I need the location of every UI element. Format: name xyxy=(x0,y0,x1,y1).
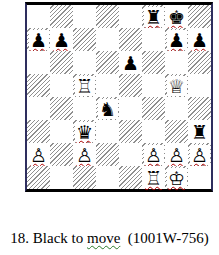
caption-move-word: move xyxy=(87,230,120,246)
square-f7 xyxy=(142,28,165,51)
square-d7 xyxy=(96,28,119,51)
square-f1: ♖ xyxy=(142,166,165,189)
square-b1 xyxy=(50,166,73,189)
square-c6 xyxy=(73,51,96,74)
square-b5 xyxy=(50,74,73,97)
square-h6 xyxy=(188,51,211,74)
square-h1 xyxy=(188,166,211,189)
black-pawn: ♟ xyxy=(121,53,141,73)
square-e1 xyxy=(119,166,142,189)
square-e4 xyxy=(119,97,142,120)
square-a3 xyxy=(27,120,50,143)
square-f6 xyxy=(142,51,165,74)
square-h8 xyxy=(188,5,211,28)
square-a7: ♟ xyxy=(27,28,50,51)
black-knight: ♞ xyxy=(98,99,118,119)
white-queen: ♕ xyxy=(167,76,187,96)
square-g1: ♔ xyxy=(165,166,188,189)
square-g6 xyxy=(165,51,188,74)
white-pawn: ♙ xyxy=(190,145,210,165)
square-a4 xyxy=(27,97,50,120)
square-g3 xyxy=(165,120,188,143)
square-c4 xyxy=(73,97,96,120)
square-e8 xyxy=(119,5,142,28)
diagram-caption: 18. Black to move (1001W-756) xyxy=(0,230,219,247)
square-g8: ♚ xyxy=(165,5,188,28)
square-a6 xyxy=(27,51,50,74)
white-rook: ♖ xyxy=(144,168,164,188)
square-f4 xyxy=(142,97,165,120)
black-king: ♚ xyxy=(167,7,187,27)
black-rook: ♜ xyxy=(144,7,164,27)
square-g4 xyxy=(165,97,188,120)
square-h5 xyxy=(188,74,211,97)
square-f2: ♙ xyxy=(142,143,165,166)
square-d8 xyxy=(96,5,119,28)
square-b6 xyxy=(50,51,73,74)
square-e2 xyxy=(119,143,142,166)
white-pawn: ♙ xyxy=(29,145,49,165)
square-e3 xyxy=(119,120,142,143)
square-e5 xyxy=(119,74,142,97)
square-b7: ♟ xyxy=(50,28,73,51)
black-rook: ♜ xyxy=(190,122,210,142)
square-h3: ♜ xyxy=(188,120,211,143)
square-b8 xyxy=(50,5,73,28)
square-d6 xyxy=(96,51,119,74)
square-d4: ♞ xyxy=(96,97,119,120)
board-grid: ♜♚♟♟♟♟♟♖♕♞♛♜♙♙♙♙♙♖♔ xyxy=(27,5,211,189)
black-pawn: ♟ xyxy=(190,30,210,50)
square-b4 xyxy=(50,97,73,120)
square-e6: ♟ xyxy=(119,51,142,74)
square-f5 xyxy=(142,74,165,97)
square-c7 xyxy=(73,28,96,51)
white-king: ♔ xyxy=(167,168,187,188)
square-d1 xyxy=(96,166,119,189)
square-g5: ♕ xyxy=(165,74,188,97)
square-c5: ♖ xyxy=(73,74,96,97)
square-d5 xyxy=(96,74,119,97)
square-c1 xyxy=(73,166,96,189)
square-g7: ♟ xyxy=(165,28,188,51)
square-c2: ♙ xyxy=(73,143,96,166)
caption-prefix: 18. Black to xyxy=(10,230,87,246)
white-pawn: ♙ xyxy=(144,145,164,165)
square-d2 xyxy=(96,143,119,166)
square-g2: ♙ xyxy=(165,143,188,166)
black-pawn: ♟ xyxy=(167,30,187,50)
square-b3 xyxy=(50,120,73,143)
square-a8 xyxy=(27,5,50,28)
square-h4 xyxy=(188,97,211,120)
square-a5 xyxy=(27,74,50,97)
caption-code: (1001W-756) xyxy=(120,230,208,246)
square-d3 xyxy=(96,120,119,143)
square-e7 xyxy=(119,28,142,51)
white-pawn: ♙ xyxy=(167,145,187,165)
square-f3 xyxy=(142,120,165,143)
square-a2: ♙ xyxy=(27,143,50,166)
black-queen: ♛ xyxy=(75,122,95,142)
square-h2: ♙ xyxy=(188,143,211,166)
black-pawn: ♟ xyxy=(29,30,49,50)
chess-board: ♜♚♟♟♟♟♟♖♕♞♛♜♙♙♙♙♙♖♔ xyxy=(25,2,213,192)
square-f8: ♜ xyxy=(142,5,165,28)
square-h7: ♟ xyxy=(188,28,211,51)
black-pawn: ♟ xyxy=(52,30,72,50)
square-b2 xyxy=(50,143,73,166)
square-c8 xyxy=(73,5,96,28)
square-a1 xyxy=(27,166,50,189)
square-c3: ♛ xyxy=(73,120,96,143)
white-rook: ♖ xyxy=(75,76,95,96)
white-pawn: ♙ xyxy=(75,145,95,165)
